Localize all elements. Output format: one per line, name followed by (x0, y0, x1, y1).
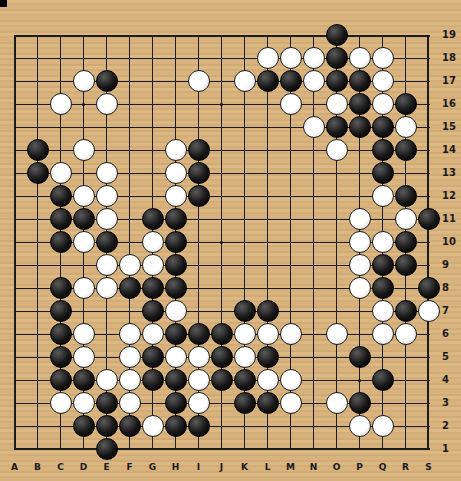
black-stone[interactable] (96, 415, 118, 437)
white-stone[interactable] (96, 369, 118, 391)
black-stone[interactable] (326, 70, 348, 92)
white-stone[interactable] (418, 300, 440, 322)
row-label: 6 (442, 329, 460, 339)
white-stone[interactable] (96, 185, 118, 207)
black-stone[interactable] (27, 162, 49, 184)
black-stone[interactable] (326, 116, 348, 138)
row-label: 19 (442, 30, 460, 40)
black-stone[interactable] (165, 231, 187, 253)
column-label: I (192, 462, 206, 472)
white-stone[interactable] (395, 323, 417, 345)
white-stone[interactable] (280, 47, 302, 69)
star-point (220, 103, 223, 106)
black-stone[interactable] (96, 392, 118, 414)
white-stone[interactable] (73, 323, 95, 345)
black-stone[interactable] (188, 323, 210, 345)
black-stone[interactable] (280, 70, 302, 92)
black-stone[interactable] (372, 369, 394, 391)
white-stone[interactable] (96, 208, 118, 230)
white-stone[interactable] (372, 300, 394, 322)
black-stone[interactable] (395, 185, 417, 207)
black-stone[interactable] (211, 323, 233, 345)
black-stone[interactable] (50, 185, 72, 207)
white-stone[interactable] (119, 346, 141, 368)
white-stone[interactable] (119, 369, 141, 391)
black-stone[interactable] (73, 208, 95, 230)
white-stone[interactable] (257, 323, 279, 345)
column-label: O (330, 462, 344, 472)
column-label: H (169, 462, 183, 472)
white-stone[interactable] (349, 277, 371, 299)
row-label: 16 (442, 99, 460, 109)
black-stone[interactable] (395, 93, 417, 115)
black-stone[interactable] (165, 415, 187, 437)
white-stone[interactable] (257, 47, 279, 69)
white-stone[interactable] (372, 185, 394, 207)
white-stone[interactable] (50, 392, 72, 414)
white-stone[interactable] (303, 47, 325, 69)
white-stone[interactable] (73, 277, 95, 299)
black-stone[interactable] (50, 323, 72, 345)
white-stone[interactable] (119, 323, 141, 345)
black-stone[interactable] (50, 300, 72, 322)
white-stone[interactable] (165, 139, 187, 161)
white-stone[interactable] (50, 93, 72, 115)
white-stone[interactable] (372, 93, 394, 115)
white-stone[interactable] (280, 369, 302, 391)
white-stone[interactable] (280, 323, 302, 345)
white-stone[interactable] (349, 254, 371, 276)
column-label: J (215, 462, 229, 472)
white-stone[interactable] (73, 231, 95, 253)
row-label: 2 (442, 421, 460, 431)
white-stone[interactable] (372, 70, 394, 92)
white-stone[interactable] (188, 346, 210, 368)
black-stone[interactable] (418, 277, 440, 299)
black-stone[interactable] (73, 415, 95, 437)
white-stone[interactable] (73, 346, 95, 368)
black-stone[interactable] (165, 254, 187, 276)
white-stone[interactable] (280, 93, 302, 115)
black-stone[interactable] (165, 277, 187, 299)
white-stone[interactable] (188, 369, 210, 391)
white-stone[interactable] (188, 70, 210, 92)
black-stone[interactable] (418, 208, 440, 230)
column-label: D (77, 462, 91, 472)
white-stone[interactable] (349, 208, 371, 230)
white-stone[interactable] (326, 139, 348, 161)
black-stone[interactable] (326, 24, 348, 46)
black-stone[interactable] (188, 185, 210, 207)
white-stone[interactable] (73, 392, 95, 414)
star-point (220, 241, 223, 244)
black-stone[interactable] (234, 392, 256, 414)
row-label: 1 (442, 444, 460, 454)
white-stone[interactable] (165, 162, 187, 184)
black-stone[interactable] (50, 346, 72, 368)
grid-line-vertical (427, 35, 429, 450)
black-stone[interactable] (234, 300, 256, 322)
black-stone[interactable] (142, 346, 164, 368)
black-stone[interactable] (50, 277, 72, 299)
black-stone[interactable] (96, 231, 118, 253)
white-stone[interactable] (96, 93, 118, 115)
white-stone[interactable] (326, 93, 348, 115)
column-label: G (146, 462, 160, 472)
white-stone[interactable] (326, 392, 348, 414)
black-stone[interactable] (142, 208, 164, 230)
white-stone[interactable] (257, 369, 279, 391)
black-stone[interactable] (395, 231, 417, 253)
row-label: 4 (442, 375, 460, 385)
black-stone[interactable] (395, 254, 417, 276)
go-app-window: ABCDEFGHIJKLMNOPQRS191817161514131211109… (0, 0, 461, 481)
row-label: 7 (442, 306, 460, 316)
white-stone[interactable] (96, 254, 118, 276)
white-stone[interactable] (142, 254, 164, 276)
black-stone[interactable] (349, 346, 371, 368)
star-point (358, 379, 361, 382)
black-stone[interactable] (165, 369, 187, 391)
black-stone[interactable] (395, 300, 417, 322)
row-label: 15 (442, 122, 460, 132)
black-stone[interactable] (234, 369, 256, 391)
black-stone[interactable] (142, 369, 164, 391)
column-label: M (284, 462, 298, 472)
white-stone[interactable] (142, 323, 164, 345)
black-stone[interactable] (257, 70, 279, 92)
black-stone[interactable] (395, 139, 417, 161)
white-stone[interactable] (372, 47, 394, 69)
white-stone[interactable] (303, 116, 325, 138)
white-stone[interactable] (73, 70, 95, 92)
black-stone[interactable] (211, 369, 233, 391)
column-label: C (54, 462, 68, 472)
column-label: L (261, 462, 275, 472)
white-stone[interactable] (234, 323, 256, 345)
white-stone[interactable] (326, 323, 348, 345)
column-label: Q (376, 462, 390, 472)
white-stone[interactable] (188, 392, 210, 414)
white-stone[interactable] (96, 162, 118, 184)
white-stone[interactable] (119, 392, 141, 414)
black-stone[interactable] (257, 392, 279, 414)
white-stone[interactable] (165, 346, 187, 368)
white-stone[interactable] (165, 300, 187, 322)
column-label: A (8, 462, 22, 472)
column-label: E (100, 462, 114, 472)
white-stone[interactable] (303, 70, 325, 92)
white-stone[interactable] (142, 231, 164, 253)
white-stone[interactable] (50, 162, 72, 184)
grid-line-vertical (313, 35, 314, 449)
black-stone[interactable] (50, 369, 72, 391)
row-label: 5 (442, 352, 460, 362)
row-label: 12 (442, 191, 460, 201)
row-label: 17 (442, 76, 460, 86)
black-stone[interactable] (50, 231, 72, 253)
black-stone[interactable] (142, 300, 164, 322)
black-stone[interactable] (349, 70, 371, 92)
black-stone[interactable] (188, 139, 210, 161)
white-stone[interactable] (119, 254, 141, 276)
black-stone[interactable] (27, 139, 49, 161)
white-stone[interactable] (349, 47, 371, 69)
white-stone[interactable] (96, 277, 118, 299)
white-stone[interactable] (372, 415, 394, 437)
column-label: R (399, 462, 413, 472)
black-stone[interactable] (372, 277, 394, 299)
white-stone[interactable] (165, 185, 187, 207)
black-stone[interactable] (372, 139, 394, 161)
white-stone[interactable] (73, 185, 95, 207)
row-label: 9 (442, 260, 460, 270)
row-label: 18 (442, 53, 460, 63)
column-label: S (422, 462, 436, 472)
black-stone[interactable] (165, 208, 187, 230)
black-stone[interactable] (96, 70, 118, 92)
black-stone[interactable] (119, 277, 141, 299)
row-label: 3 (442, 398, 460, 408)
row-label: 10 (442, 237, 460, 247)
black-stone[interactable] (372, 162, 394, 184)
row-label: 14 (442, 145, 460, 155)
black-stone[interactable] (50, 208, 72, 230)
black-stone[interactable] (96, 438, 118, 460)
grid-line-horizontal (14, 311, 430, 312)
black-stone[interactable] (188, 162, 210, 184)
black-stone[interactable] (257, 300, 279, 322)
column-label: B (31, 462, 45, 472)
black-stone[interactable] (211, 346, 233, 368)
black-stone[interactable] (73, 369, 95, 391)
white-stone[interactable] (372, 231, 394, 253)
white-stone[interactable] (280, 392, 302, 414)
black-stone[interactable] (257, 346, 279, 368)
black-stone[interactable] (142, 277, 164, 299)
black-stone[interactable] (372, 254, 394, 276)
column-label: F (123, 462, 137, 472)
column-label: N (307, 462, 321, 472)
white-stone[interactable] (372, 323, 394, 345)
white-stone[interactable] (349, 231, 371, 253)
row-label: 8 (442, 283, 460, 293)
grid-line-horizontal (14, 448, 430, 450)
black-stone[interactable] (188, 415, 210, 437)
black-stone[interactable] (165, 392, 187, 414)
white-stone[interactable] (349, 415, 371, 437)
black-stone[interactable] (349, 392, 371, 414)
white-stone[interactable] (142, 415, 164, 437)
white-stone[interactable] (395, 208, 417, 230)
row-label: 11 (442, 214, 460, 224)
white-stone[interactable] (234, 346, 256, 368)
white-stone[interactable] (73, 139, 95, 161)
star-point (82, 103, 85, 106)
black-stone[interactable] (372, 116, 394, 138)
black-stone[interactable] (165, 323, 187, 345)
black-stone[interactable] (349, 116, 371, 138)
corner-mark (0, 0, 7, 7)
black-stone[interactable] (326, 47, 348, 69)
white-stone[interactable] (234, 70, 256, 92)
white-stone[interactable] (395, 116, 417, 138)
black-stone[interactable] (119, 415, 141, 437)
column-label: K (238, 462, 252, 472)
black-stone[interactable] (349, 93, 371, 115)
column-label: P (353, 462, 367, 472)
row-label: 13 (442, 168, 460, 178)
